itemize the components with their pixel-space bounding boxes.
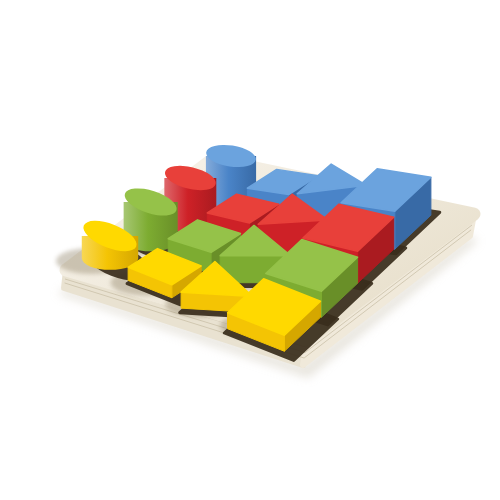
product-photo (0, 0, 500, 500)
shape-sorter-board (0, 0, 500, 500)
